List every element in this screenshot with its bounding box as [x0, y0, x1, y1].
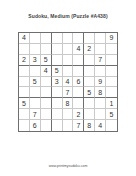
sudoku-cell-r9c7[interactable]: 8 [84, 120, 95, 131]
sudoku-cell-r3c9[interactable] [106, 55, 117, 66]
sudoku-cell-r6c6[interactable] [73, 87, 84, 98]
sudoku-cell-r1c9[interactable]: 9 [106, 33, 117, 44]
sudoku-cell-r9c3[interactable] [41, 120, 52, 131]
sudoku-cell-r8c7[interactable] [84, 109, 95, 120]
sudoku-cell-r3c4[interactable] [52, 55, 63, 66]
sudoku-cell-r4c3[interactable]: 4 [41, 66, 52, 77]
sudoku-cell-r7c7[interactable] [84, 98, 95, 109]
sudoku-cell-r4c7[interactable] [84, 66, 95, 77]
sudoku-cell-r6c3[interactable] [41, 87, 52, 98]
sudoku-cell-r5c5[interactable]: 4 [63, 77, 74, 88]
sudoku-cell-r4c8[interactable] [95, 66, 106, 77]
page-title: Sudoku, Medium (Puzzle #A438) [0, 13, 136, 19]
sudoku-cell-r3c8[interactable]: 7 [95, 55, 106, 66]
sudoku-cell-r4c4[interactable]: 5 [52, 66, 63, 77]
sudoku-cell-r8c5[interactable] [63, 109, 74, 120]
sudoku-cell-r8c4[interactable] [52, 109, 63, 120]
sudoku-cell-r3c5[interactable] [63, 55, 74, 66]
sudoku-cell-r4c6[interactable] [73, 66, 84, 77]
sudoku-cell-r9c1[interactable] [19, 120, 30, 131]
sudoku-cell-r2c4[interactable] [52, 44, 63, 55]
sudoku-cell-r4c5[interactable] [63, 66, 74, 77]
sudoku-cell-r8c6[interactable]: 2 [73, 109, 84, 120]
sudoku-cell-r9c4[interactable] [52, 120, 63, 131]
sudoku-cell-r2c3[interactable] [41, 44, 52, 55]
sudoku-cell-r9c9[interactable] [106, 120, 117, 131]
sudoku-cell-r7c9[interactable]: 1 [106, 98, 117, 109]
sudoku-cell-r5c7[interactable] [84, 77, 95, 88]
sudoku-cell-r9c8[interactable]: 4 [95, 120, 106, 131]
sudoku-cell-r8c9[interactable]: 5 [106, 109, 117, 120]
sudoku-cell-r5c4[interactable]: 3 [52, 77, 63, 88]
sudoku-cell-r1c5[interactable] [63, 33, 74, 44]
sudoku-cell-r9c2[interactable]: 6 [30, 120, 41, 131]
sudoku-cell-r5c9[interactable] [106, 77, 117, 88]
sudoku-cell-r1c2[interactable] [30, 33, 41, 44]
sudoku-page: { "game": "sudoku", "difficulty": "Mediu… [0, 0, 136, 176]
sudoku-cell-r2c8[interactable] [95, 44, 106, 55]
sudoku-cell-r6c2[interactable] [30, 87, 41, 98]
page-footer: www.printmysudoku.com [0, 164, 136, 168]
sudoku-cell-r5c1[interactable] [19, 77, 30, 88]
sudoku-cell-r6c1[interactable] [19, 87, 30, 98]
sudoku-cell-r6c4[interactable] [52, 87, 63, 98]
sudoku-cell-r5c3[interactable] [41, 77, 52, 88]
sudoku-cell-r8c2[interactable]: 7 [30, 109, 41, 120]
sudoku-cell-r4c1[interactable] [19, 66, 30, 77]
sudoku-cell-r3c1[interactable]: 2 [19, 55, 30, 66]
sudoku-cell-r6c7[interactable]: 5 [84, 87, 95, 98]
sudoku-cell-r8c1[interactable] [19, 109, 30, 120]
sudoku-cell-r7c1[interactable]: 5 [19, 98, 30, 109]
sudoku-cell-r1c7[interactable] [84, 33, 95, 44]
sudoku-cell-r4c2[interactable] [30, 66, 41, 77]
sudoku-cell-r7c3[interactable] [41, 98, 52, 109]
sudoku-cell-r1c8[interactable] [95, 33, 106, 44]
sudoku-cell-r5c6[interactable]: 6 [73, 77, 84, 88]
sudoku-cell-r5c8[interactable]: 9 [95, 77, 106, 88]
sudoku-cell-r8c8[interactable] [95, 109, 106, 120]
sudoku-cell-r1c6[interactable] [73, 33, 84, 44]
sudoku-cell-r1c4[interactable] [52, 33, 63, 44]
sudoku-cell-r2c2[interactable] [30, 44, 41, 55]
sudoku-cell-r2c9[interactable] [106, 44, 117, 55]
sudoku-cell-r9c6[interactable]: 7 [73, 120, 84, 131]
sudoku-cell-r2c5[interactable] [63, 44, 74, 55]
sudoku-cell-r7c5[interactable]: 8 [63, 98, 74, 109]
sudoku-cell-r3c2[interactable]: 3 [30, 55, 41, 66]
sudoku-cell-r2c6[interactable]: 4 [73, 44, 84, 55]
sudoku-cell-r6c9[interactable] [106, 87, 117, 98]
sudoku-cell-r7c8[interactable] [95, 98, 106, 109]
sudoku-cell-r1c1[interactable]: 4 [19, 33, 30, 44]
sudoku-cell-r5c2[interactable]: 5 [30, 77, 41, 88]
sudoku-cell-r2c7[interactable]: 2 [84, 44, 95, 55]
sudoku-cell-r7c4[interactable] [52, 98, 63, 109]
sudoku-cell-r8c3[interactable] [41, 109, 52, 120]
sudoku-cell-r4c9[interactable] [106, 66, 117, 77]
sudoku-cell-r6c5[interactable]: 7 [63, 87, 74, 98]
sudoku-cell-r7c6[interactable] [73, 98, 84, 109]
sudoku-cell-r9c5[interactable] [63, 120, 74, 131]
sudoku-cell-r1c3[interactable] [41, 33, 52, 44]
sudoku-board: 4942235745534697585817256784 [18, 32, 118, 132]
sudoku-cell-r6c8[interactable]: 8 [95, 87, 106, 98]
sudoku-cell-r3c6[interactable] [73, 55, 84, 66]
sudoku-cell-r3c7[interactable] [84, 55, 95, 66]
sudoku-cell-r3c3[interactable]: 5 [41, 55, 52, 66]
sudoku-cell-r2c1[interactable] [19, 44, 30, 55]
sudoku-cell-r7c2[interactable] [30, 98, 41, 109]
